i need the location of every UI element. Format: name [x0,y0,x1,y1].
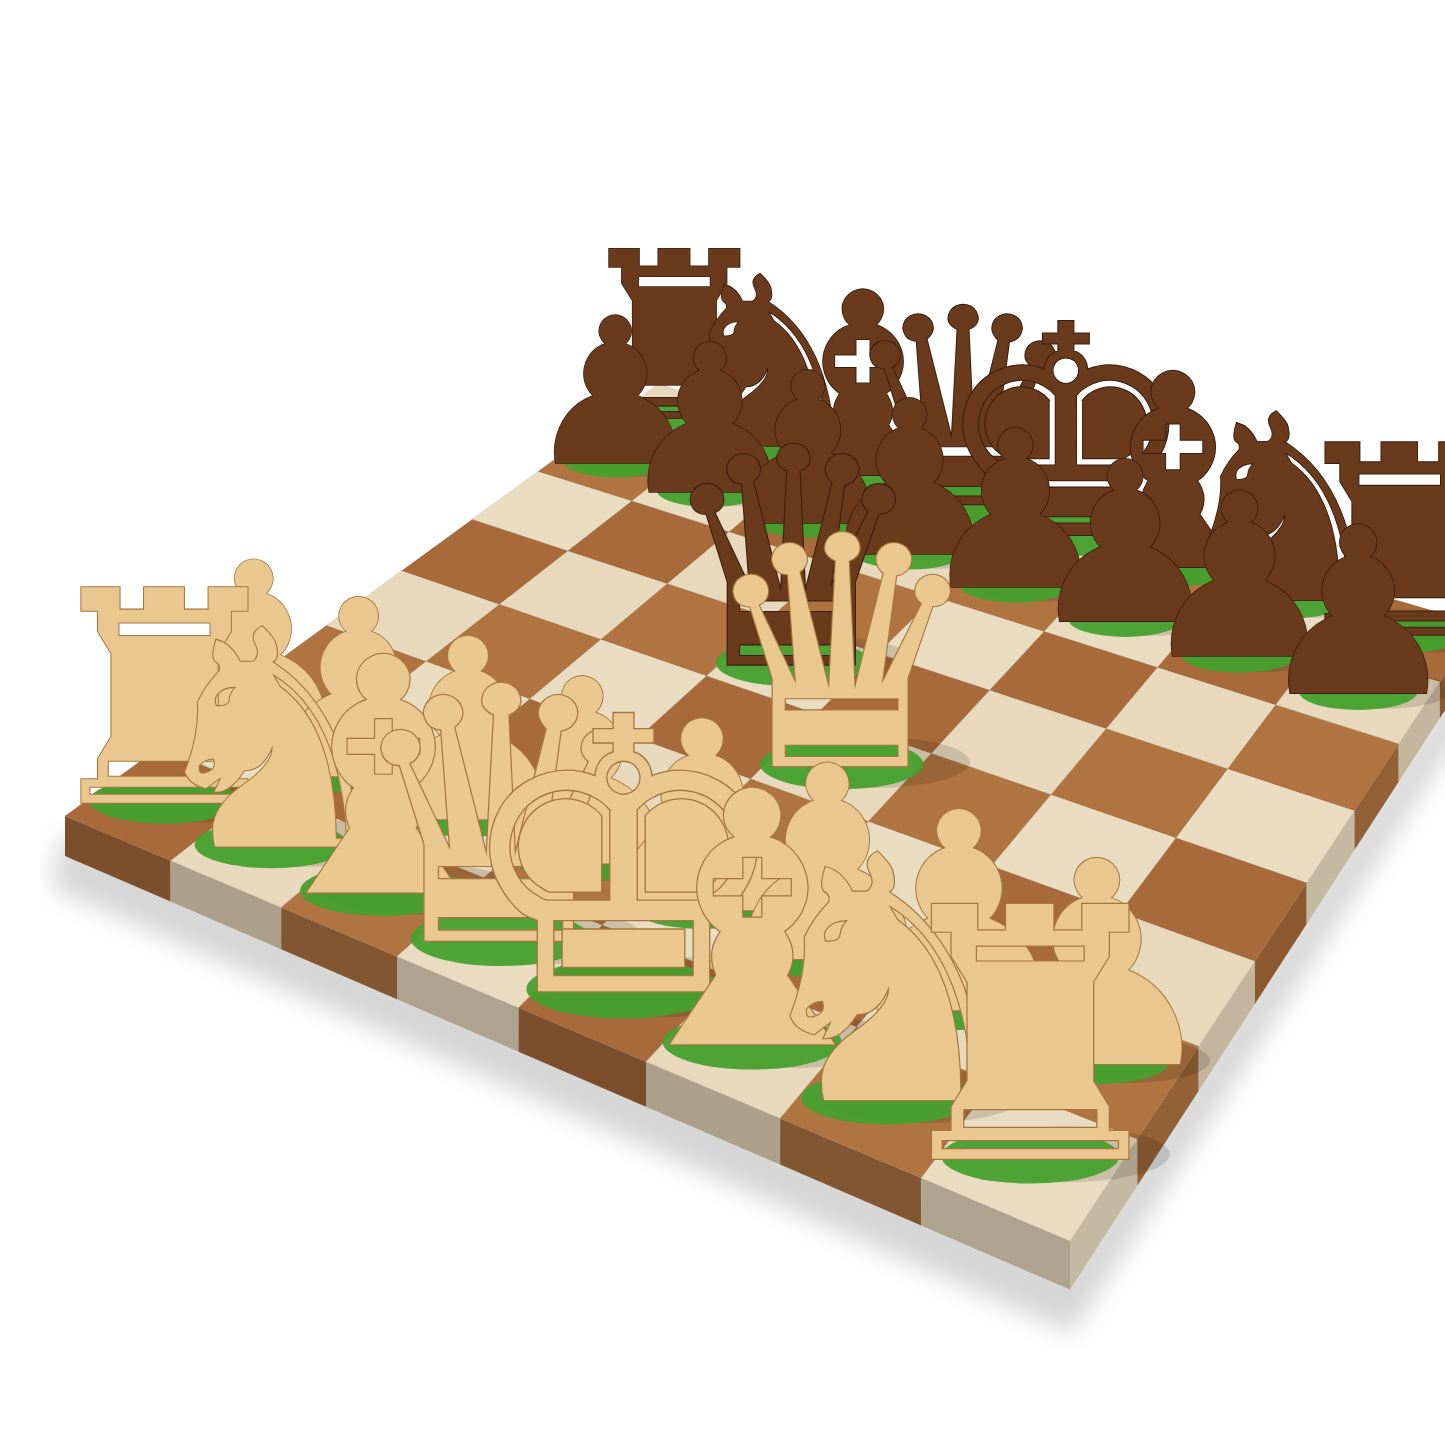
piece-dark-pawn-h7: ♟ [1255,478,1445,748]
light-rook-glyph-h1: ♜ [874,835,1187,1241]
piece-light-rook-h1: ♜ [874,835,1187,1241]
chess-board-photo: ♜♞♟♝♟♛♟♚♟♝♟♞♟♜♟♛♟♟♛♟♜♟♞♟♝♟♛♟♚♟♝♟♞♜ [40,16,1445,1445]
chess-set-product-photo: ♜♞♟♝♟♛♟♚♟♝♟♞♟♜♟♛♟♟♛♟♜♟♞♟♝♟♛♟♚♟♝♟♞♜ Both … [40,16,1445,1445]
dark-pawn-glyph-h7: ♟ [1255,478,1445,748]
